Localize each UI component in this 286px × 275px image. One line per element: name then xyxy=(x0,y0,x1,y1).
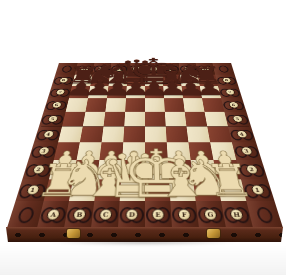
board-scene: ABCDEFGH8♜♞♝♛♚♝♞♜87♟♟♟♟♟♟♟♟7665544332♟♟♟… xyxy=(7,0,283,228)
square-f6 xyxy=(164,98,185,111)
square-h1: ♜ xyxy=(217,179,246,201)
square-g4 xyxy=(186,126,210,142)
square-e5 xyxy=(145,112,166,127)
square-b5 xyxy=(83,112,106,127)
square-d5 xyxy=(124,112,145,127)
square-b6 xyxy=(85,98,106,111)
square-g5 xyxy=(185,112,208,127)
square-f5 xyxy=(165,112,187,127)
square-a4 xyxy=(58,126,83,142)
square-c5 xyxy=(104,112,126,127)
square-h7: ♟ xyxy=(200,86,221,98)
square-a5 xyxy=(62,112,85,127)
square-b4 xyxy=(80,126,104,142)
square-c4 xyxy=(102,126,125,142)
square-g6 xyxy=(183,98,204,111)
square-d6 xyxy=(125,98,145,111)
ornament-ring xyxy=(16,207,35,223)
square-c6 xyxy=(105,98,126,111)
chess-board: ABCDEFGH8♜♞♝♛♚♝♞♜87♟♟♟♟♟♟♟♟7665544332♟♟♟… xyxy=(7,63,283,228)
photo-vignette xyxy=(0,245,286,275)
rank-label-6-right: 6 xyxy=(221,98,246,111)
rank-label-5-right: 5 xyxy=(224,112,251,127)
board-shadow xyxy=(2,240,284,249)
ornament-ring xyxy=(255,207,274,223)
black-pawn-h7: ♟ xyxy=(194,78,226,98)
square-a6 xyxy=(66,98,88,111)
board-fold-seam xyxy=(41,126,249,127)
rank-label-4-right: 4 xyxy=(228,126,256,142)
brass-clasp-left xyxy=(67,229,80,238)
brass-clasp-right xyxy=(207,229,220,238)
square-e6 xyxy=(145,98,165,111)
chess-set-photo: ABCDEFGH8♜♞♝♛♚♝♞♜87♟♟♟♟♟♟♟♟7665544332♟♟♟… xyxy=(0,0,286,275)
